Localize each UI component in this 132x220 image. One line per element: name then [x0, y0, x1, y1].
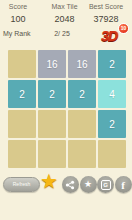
tile-r2c0 — [8, 110, 36, 138]
refresh-button[interactable]: Refresh — [3, 177, 40, 192]
tile-r3c3 — [98, 140, 126, 168]
tile-r2c1 — [38, 110, 66, 138]
best-score-value: 37928 — [86, 14, 126, 24]
best-score-label: Best Score — [86, 3, 126, 10]
tile-r3c2 — [68, 140, 96, 168]
tile-r0c2: 16 — [68, 50, 96, 78]
google-games-button[interactable]: G — [97, 176, 114, 193]
tile-r1c0: 2 — [8, 80, 36, 108]
tile-r2c2 — [68, 110, 96, 138]
tile-r0c1: 16 — [38, 50, 66, 78]
promo-3d-icon[interactable]: 3D 10 — [101, 27, 127, 45]
tile-r0c0 — [8, 50, 36, 78]
score-value: 100 — [0, 14, 36, 24]
notification-badge: 10 — [118, 23, 129, 34]
tile-r3c1 — [38, 140, 66, 168]
max-tile-value: 2048 — [46, 14, 83, 24]
tile-r0c3: 2 — [98, 50, 126, 78]
rate-circle-button[interactable]: ★ — [80, 176, 97, 193]
best-score-column: Best Score 37928 — [86, 3, 126, 24]
tile-r2c3: 2 — [98, 110, 126, 138]
star-icon: ★ — [84, 176, 92, 193]
rate-star-icon[interactable]: ★ — [38, 169, 60, 193]
tile-r3c0 — [8, 140, 36, 168]
my-rank-value: 2/ 25 — [50, 30, 74, 37]
score-column: Score 100 — [0, 3, 36, 24]
max-tile-column: Max Tile 2048 — [46, 3, 83, 24]
promo-3d-text: 3D — [101, 28, 117, 44]
facebook-button[interactable]: f — [115, 176, 132, 193]
facebook-icon: f — [121, 177, 125, 193]
my-rank-label: My Rank — [3, 30, 31, 37]
tile-r1c2: 2 — [68, 80, 96, 108]
google-games-icon: G — [101, 180, 111, 190]
game-board[interactable]: 16 16 2 2 2 2 4 2 — [8, 50, 126, 168]
share-button[interactable] — [62, 176, 79, 193]
app-screen: Score 100 Max Tile 2048 Best Score 37928… — [0, 0, 132, 220]
share-icon — [65, 180, 75, 190]
max-tile-label: Max Tile — [46, 3, 83, 10]
score-label: Score — [0, 3, 36, 10]
tile-r1c1: 2 — [38, 80, 66, 108]
tile-r1c3: 4 — [98, 80, 126, 108]
